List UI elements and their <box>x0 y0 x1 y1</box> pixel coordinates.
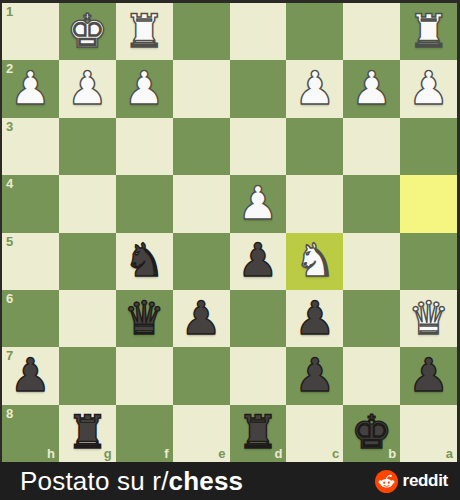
square-f1[interactable]: ♜ <box>116 3 173 60</box>
square-f6[interactable]: ♛ <box>116 290 173 347</box>
square-h7[interactable]: 7♟ <box>2 347 59 404</box>
square-d3[interactable] <box>230 118 287 175</box>
square-f3[interactable] <box>116 118 173 175</box>
square-f8[interactable]: f <box>116 405 173 462</box>
square-a4[interactable] <box>400 175 457 232</box>
square-c8[interactable]: c <box>286 405 343 462</box>
square-g3[interactable] <box>59 118 116 175</box>
black-pawn-d5[interactable]: ♟ <box>237 237 278 283</box>
square-b6[interactable] <box>343 290 400 347</box>
square-c2[interactable]: ♟ <box>286 60 343 117</box>
square-d6[interactable] <box>230 290 287 347</box>
square-h2[interactable]: 2♟ <box>2 60 59 117</box>
square-d7[interactable] <box>230 347 287 404</box>
square-c4[interactable] <box>286 175 343 232</box>
square-f2[interactable]: ♟ <box>116 60 173 117</box>
black-knight-f5[interactable]: ♞ <box>124 237 165 283</box>
square-a2[interactable]: ♟ <box>400 60 457 117</box>
square-a1[interactable]: ♜ <box>400 3 457 60</box>
square-e1[interactable] <box>173 3 230 60</box>
file-label-f: f <box>164 447 168 460</box>
rank-label-5: 5 <box>6 235 13 248</box>
square-a7[interactable]: ♟ <box>400 347 457 404</box>
file-label-c: c <box>332 447 339 460</box>
square-b4[interactable] <box>343 175 400 232</box>
square-f4[interactable] <box>116 175 173 232</box>
black-pawn-c6[interactable]: ♟ <box>294 295 335 341</box>
square-e7[interactable] <box>173 347 230 404</box>
footer-caption: Postato su r/chess <box>20 466 243 497</box>
square-d8[interactable]: d♜ <box>230 405 287 462</box>
file-label-a: a <box>446 447 453 460</box>
file-label-h: h <box>47 447 55 460</box>
square-h4[interactable]: 4 <box>2 175 59 232</box>
black-rook-d8[interactable]: ♜ <box>237 409 278 455</box>
white-rook-a1[interactable]: ♜ <box>408 8 449 54</box>
square-b8[interactable]: b♚ <box>343 405 400 462</box>
square-f5[interactable]: ♞ <box>116 233 173 290</box>
square-e6[interactable]: ♟ <box>173 290 230 347</box>
square-e8[interactable]: e <box>173 405 230 462</box>
square-h8[interactable]: 8h <box>2 405 59 462</box>
black-rook-g8[interactable]: ♜ <box>67 409 108 455</box>
file-label-e: e <box>218 447 225 460</box>
screenshot-frame: 1♚♜♜2♟♟♟♟♟♟34♟5♞♟♞6♛♟♟♛7♟♟♟8hg♜fed♜cb♚a … <box>0 0 460 500</box>
square-b5[interactable] <box>343 233 400 290</box>
white-rook-f1[interactable]: ♜ <box>124 8 165 54</box>
square-b2[interactable]: ♟ <box>343 60 400 117</box>
caption-subreddit: chess <box>169 466 244 496</box>
rank-label-6: 6 <box>6 292 13 305</box>
black-queen-f6[interactable]: ♛ <box>124 295 165 341</box>
caption-regular: Postato su r/ <box>20 466 169 496</box>
reddit-wordmark: reddit <box>403 471 448 491</box>
square-g1[interactable]: ♚ <box>59 3 116 60</box>
square-c3[interactable] <box>286 118 343 175</box>
square-e2[interactable] <box>173 60 230 117</box>
square-c5[interactable]: ♞ <box>286 233 343 290</box>
square-a3[interactable] <box>400 118 457 175</box>
black-king-b8[interactable]: ♚ <box>351 409 392 455</box>
square-h3[interactable]: 3 <box>2 118 59 175</box>
white-king-g1[interactable]: ♚ <box>67 8 108 54</box>
square-a5[interactable] <box>400 233 457 290</box>
square-c1[interactable] <box>286 3 343 60</box>
white-pawn-b2[interactable]: ♟ <box>351 65 392 111</box>
square-g4[interactable] <box>59 175 116 232</box>
chess-board: 1♚♜♜2♟♟♟♟♟♟34♟5♞♟♞6♛♟♟♛7♟♟♟8hg♜fed♜cb♚a <box>2 3 457 462</box>
square-g5[interactable] <box>59 233 116 290</box>
square-h5[interactable]: 5 <box>2 233 59 290</box>
white-pawn-d4[interactable]: ♟ <box>237 180 278 226</box>
square-e3[interactable] <box>173 118 230 175</box>
square-h6[interactable]: 6 <box>2 290 59 347</box>
square-e4[interactable] <box>173 175 230 232</box>
square-c7[interactable]: ♟ <box>286 347 343 404</box>
square-g8[interactable]: g♜ <box>59 405 116 462</box>
white-pawn-f2[interactable]: ♟ <box>124 65 165 111</box>
square-a8[interactable]: a <box>400 405 457 462</box>
square-a6[interactable]: ♛ <box>400 290 457 347</box>
black-pawn-a7[interactable]: ♟ <box>408 352 449 398</box>
square-e5[interactable] <box>173 233 230 290</box>
square-b1[interactable] <box>343 3 400 60</box>
footer-bar: Postato su r/chess reddit <box>0 462 460 500</box>
rank-label-8: 8 <box>6 407 13 420</box>
rank-label-1: 1 <box>6 5 13 18</box>
white-pawn-g2[interactable]: ♟ <box>67 65 108 111</box>
black-pawn-c7[interactable]: ♟ <box>294 352 335 398</box>
rank-label-3: 3 <box>6 120 13 133</box>
square-g6[interactable] <box>59 290 116 347</box>
white-pawn-a2[interactable]: ♟ <box>408 65 449 111</box>
square-f7[interactable] <box>116 347 173 404</box>
white-pawn-c2[interactable]: ♟ <box>294 65 335 111</box>
square-c6[interactable]: ♟ <box>286 290 343 347</box>
square-h1[interactable]: 1 <box>2 3 59 60</box>
square-d5[interactable]: ♟ <box>230 233 287 290</box>
square-b7[interactable] <box>343 347 400 404</box>
square-d1[interactable] <box>230 3 287 60</box>
square-g2[interactable]: ♟ <box>59 60 116 117</box>
black-pawn-h7[interactable]: ♟ <box>10 352 51 398</box>
black-pawn-e6[interactable]: ♟ <box>180 295 221 341</box>
square-d4[interactable]: ♟ <box>230 175 287 232</box>
white-pawn-h2[interactable]: ♟ <box>10 65 51 111</box>
reddit-snoo-icon <box>375 470 398 493</box>
white-queen-a6[interactable]: ♛ <box>408 295 449 341</box>
square-g7[interactable] <box>59 347 116 404</box>
reddit-logo: reddit <box>375 470 448 493</box>
rank-label-4: 4 <box>6 177 13 190</box>
white-knight-c5[interactable]: ♞ <box>294 237 335 283</box>
square-d2[interactable] <box>230 60 287 117</box>
square-b3[interactable] <box>343 118 400 175</box>
